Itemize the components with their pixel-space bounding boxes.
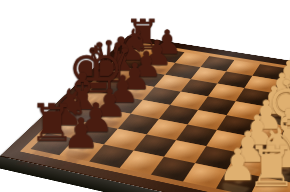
chess-set-photo: ♜♜♟♟♟♟♜♜♞♞♟♟♟♟♞♞♝♝♟♟♟♟♝♝♛♛♟♟♟♟♛♛♚♚♟♟♟♟♚♚… <box>0 0 290 192</box>
black-pawn: ♟ <box>62 113 99 155</box>
square-h1: ♜♜ <box>250 176 290 192</box>
white-rook: ♜ <box>246 138 290 192</box>
chess-board: ♜♜♟♟♟♟♜♜♞♞♟♟♟♟♞♞♝♝♟♟♟♟♝♝♛♛♟♟♟♟♛♛♚♚♟♟♟♟♚♚… <box>0 36 290 192</box>
board-grid: ♜♜♟♟♟♟♜♜♞♞♟♟♟♟♞♞♝♝♟♟♟♟♝♝♛♛♟♟♟♟♛♛♚♚♟♟♟♟♚♚… <box>31 45 290 192</box>
